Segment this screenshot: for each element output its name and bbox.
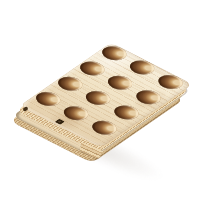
hole-A1-empty[interactable] — [97, 43, 131, 63]
hole-A3-empty[interactable] — [154, 72, 188, 92]
product-photo-canvas — [0, 0, 210, 210]
hole-A2-empty[interactable] — [126, 58, 160, 78]
